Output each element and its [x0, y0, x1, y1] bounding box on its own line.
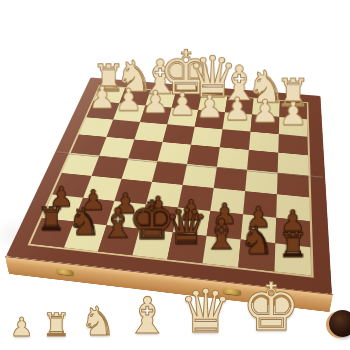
sample-queen: ♛: [179, 283, 233, 340]
sample-king: ♚: [241, 277, 300, 340]
square-b6: [243, 191, 277, 218]
board-perspective-wrap: ♜♞♝♚♛♝♞♜♟♟♟♟♟♟♟♟♟♟♟♟♟♟♟♟♜♞♝♚♛♝♞♜: [0, 24, 350, 304]
square-h2: ♟: [87, 101, 120, 119]
sample-rook: ♜: [42, 310, 71, 340]
chess-set-product-photo: ♜♞♝♚♛♝♞♜♟♟♟♟♟♟♟♟♟♟♟♟♟♟♟♟♜♞♝♚♛♝♞♜ ♟♜♞♝♛♚: [0, 0, 350, 350]
square-h8: ♜: [31, 218, 74, 247]
square-e8: ♚: [132, 229, 172, 260]
square-h6: [52, 173, 91, 198]
square-f7: ♟: [107, 201, 146, 229]
square-b3: [249, 132, 279, 153]
brass-latch-icon: [56, 269, 74, 276]
square-d7: ♟: [173, 208, 210, 236]
folding-chess-board: ♜♞♝♚♛♝♞♜♟♟♟♟♟♟♟♟♟♟♟♟♟♟♟♟♜♞♝♚♛♝♞♜: [6, 77, 332, 294]
square-d6: [178, 185, 214, 211]
black-pawn: ♟: [255, 207, 330, 236]
square-a7: ♟: [275, 218, 310, 247]
square-e7: ♟: [139, 204, 177, 232]
checker-disc: [329, 310, 350, 337]
square-c8: ♝: [203, 236, 241, 267]
square-e6: [146, 182, 183, 208]
square-a6: [276, 194, 310, 221]
square-d8: ♛: [167, 232, 206, 263]
piece-size-lineup: ♟♜♞♝♛♚: [10, 277, 350, 340]
sample-bishop: ♝: [125, 293, 170, 341]
chess-board-grid: ♜♞♝♚♛♝♞♜♟♟♟♟♟♟♟♟♟♟♟♟♟♟♟♟♜♞♝♚♛♝♞♜: [31, 86, 312, 275]
square-b8: ♞: [238, 240, 275, 272]
sample-pawn: ♟: [10, 315, 33, 340]
square-b7: ♟: [241, 214, 276, 243]
square-c7: ♟: [207, 211, 243, 240]
sample-knight: ♞: [80, 302, 116, 340]
square-c6: [210, 188, 245, 214]
